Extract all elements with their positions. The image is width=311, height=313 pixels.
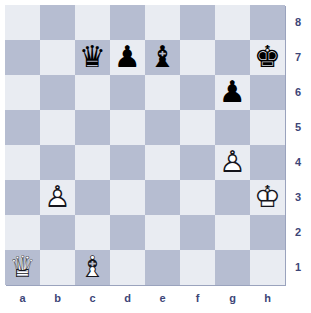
square-a7[interactable] [5, 40, 40, 75]
square-f7[interactable] [180, 40, 215, 75]
white-queen-glyph: ♕ [5, 250, 40, 285]
square-f6[interactable] [180, 75, 215, 110]
file-label-f: f [180, 288, 215, 310]
square-h7[interactable]: ♚ [250, 40, 285, 75]
black-queen[interactable]: ♛ [75, 40, 110, 75]
white-queen[interactable]: ♛♕ [5, 250, 40, 285]
file-label-e: e [145, 288, 180, 310]
square-a8[interactable] [5, 5, 40, 40]
file-label-b: b [40, 288, 75, 310]
square-f3[interactable] [180, 180, 215, 215]
square-h2[interactable] [250, 215, 285, 250]
square-a6[interactable] [5, 75, 40, 110]
white-pawn-glyph: ♙ [215, 145, 250, 180]
square-d5[interactable] [110, 110, 145, 145]
square-h3[interactable]: ♚♔ [250, 180, 285, 215]
square-e6[interactable] [145, 75, 180, 110]
white-king-glyph: ♔ [250, 180, 285, 215]
square-c6[interactable] [75, 75, 110, 110]
file-label-g: g [215, 288, 250, 310]
square-g3[interactable] [215, 180, 250, 215]
square-e1[interactable] [145, 250, 180, 285]
square-b7[interactable] [40, 40, 75, 75]
black-pawn-glyph: ♟ [110, 40, 145, 75]
square-c5[interactable] [75, 110, 110, 145]
square-g7[interactable] [215, 40, 250, 75]
black-bishop[interactable]: ♝ [145, 40, 180, 75]
square-d6[interactable] [110, 75, 145, 110]
square-c1[interactable]: ♝♗ [75, 250, 110, 285]
rank-label-5: 5 [287, 110, 309, 145]
white-king[interactable]: ♚♔ [250, 180, 285, 215]
square-f5[interactable] [180, 110, 215, 145]
rank-label-3: 3 [287, 180, 309, 215]
white-pawn[interactable]: ♟♙ [215, 145, 250, 180]
white-pawn[interactable]: ♟♙ [40, 180, 75, 215]
square-b1[interactable] [40, 250, 75, 285]
square-b5[interactable] [40, 110, 75, 145]
square-e4[interactable] [145, 145, 180, 180]
square-f8[interactable] [180, 5, 215, 40]
square-c4[interactable] [75, 145, 110, 180]
chess-board: ♛♟♝♚♟♟♙♟♙♚♔♛♕♝♗ [5, 5, 285, 285]
square-d7[interactable]: ♟ [110, 40, 145, 75]
file-label-h: h [250, 288, 285, 310]
file-label-d: d [110, 288, 145, 310]
square-c3[interactable] [75, 180, 110, 215]
square-a4[interactable] [5, 145, 40, 180]
square-e8[interactable] [145, 5, 180, 40]
square-g2[interactable] [215, 215, 250, 250]
rank-labels: 87654321 [287, 5, 309, 285]
square-d4[interactable] [110, 145, 145, 180]
white-bishop[interactable]: ♝♗ [75, 250, 110, 285]
square-g6[interactable]: ♟ [215, 75, 250, 110]
square-f1[interactable] [180, 250, 215, 285]
square-d2[interactable] [110, 215, 145, 250]
square-a3[interactable] [5, 180, 40, 215]
square-e2[interactable] [145, 215, 180, 250]
black-king-glyph: ♚ [250, 40, 285, 75]
square-h8[interactable] [250, 5, 285, 40]
square-b2[interactable] [40, 215, 75, 250]
white-pawn-glyph: ♙ [40, 180, 75, 215]
square-e3[interactable] [145, 180, 180, 215]
square-c8[interactable] [75, 5, 110, 40]
square-e7[interactable]: ♝ [145, 40, 180, 75]
square-d8[interactable] [110, 5, 145, 40]
square-f2[interactable] [180, 215, 215, 250]
square-c7[interactable]: ♛ [75, 40, 110, 75]
square-f4[interactable] [180, 145, 215, 180]
square-a5[interactable] [5, 110, 40, 145]
square-h1[interactable] [250, 250, 285, 285]
rank-label-1: 1 [287, 250, 309, 285]
file-label-a: a [5, 288, 40, 310]
square-g8[interactable] [215, 5, 250, 40]
square-b6[interactable] [40, 75, 75, 110]
square-a1[interactable]: ♛♕ [5, 250, 40, 285]
square-a2[interactable] [5, 215, 40, 250]
square-d1[interactable] [110, 250, 145, 285]
square-g1[interactable] [215, 250, 250, 285]
rank-label-2: 2 [287, 215, 309, 250]
chess-diagram: ♛♟♝♚♟♟♙♟♙♚♔♛♕♝♗ 87654321 abcdefgh [0, 0, 311, 313]
square-h4[interactable] [250, 145, 285, 180]
white-bishop-glyph: ♗ [75, 250, 110, 285]
square-c2[interactable] [75, 215, 110, 250]
black-bishop-glyph: ♝ [145, 40, 180, 75]
rank-label-7: 7 [287, 40, 309, 75]
square-b8[interactable] [40, 5, 75, 40]
square-g4[interactable]: ♟♙ [215, 145, 250, 180]
square-b4[interactable] [40, 145, 75, 180]
rank-label-4: 4 [287, 145, 309, 180]
black-pawn[interactable]: ♟ [215, 75, 250, 110]
square-b3[interactable]: ♟♙ [40, 180, 75, 215]
rank-label-8: 8 [287, 5, 309, 40]
black-king[interactable]: ♚ [250, 40, 285, 75]
black-pawn-glyph: ♟ [215, 75, 250, 110]
square-h6[interactable] [250, 75, 285, 110]
square-e5[interactable] [145, 110, 180, 145]
square-h5[interactable] [250, 110, 285, 145]
black-queen-glyph: ♛ [75, 40, 110, 75]
file-labels: abcdefgh [5, 288, 285, 310]
rank-label-6: 6 [287, 75, 309, 110]
black-pawn[interactable]: ♟ [110, 40, 145, 75]
file-label-c: c [75, 288, 110, 310]
square-g5[interactable] [215, 110, 250, 145]
square-d3[interactable] [110, 180, 145, 215]
